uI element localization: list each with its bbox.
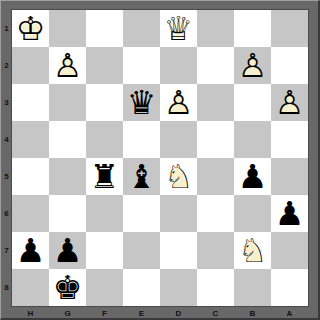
black-piece-glyph: ♟ [12, 232, 49, 269]
black-piece-glyph: ♜ [86, 158, 123, 195]
black-piece-glyph: ♝ [123, 158, 160, 195]
piece-white-pawn[interactable]: ♟♙ [234, 47, 271, 84]
black-piece-glyph: ♟ [271, 195, 308, 232]
square-h6[interactable] [12, 195, 49, 232]
piece-black-bishop[interactable]: ♝ [123, 158, 160, 195]
square-f5[interactable]: ♜ [86, 158, 123, 195]
square-d7[interactable] [160, 232, 197, 269]
square-d6[interactable] [160, 195, 197, 232]
piece-white-knight[interactable]: ♞♘ [160, 158, 197, 195]
file-labels: HGFEDCBA [12, 306, 308, 320]
square-a3[interactable]: ♟♙ [271, 84, 308, 121]
rank-labels: 12345678 [1, 10, 12, 306]
square-e1[interactable] [123, 10, 160, 47]
rank-label-3: 3 [1, 84, 12, 121]
file-label-e: E [123, 306, 160, 320]
square-g5[interactable] [49, 158, 86, 195]
square-g3[interactable] [49, 84, 86, 121]
piece-white-pawn[interactable]: ♟♙ [271, 84, 308, 121]
square-d1[interactable]: ♛♕ [160, 10, 197, 47]
white-piece-outline: ♘ [160, 158, 197, 195]
square-d5[interactable]: ♞♘ [160, 158, 197, 195]
white-piece-outline: ♘ [234, 232, 271, 269]
square-d8[interactable] [160, 269, 197, 306]
square-e2[interactable] [123, 47, 160, 84]
square-h5[interactable] [12, 158, 49, 195]
black-piece-glyph: ♟ [49, 232, 86, 269]
square-d4[interactable] [160, 121, 197, 158]
square-f3[interactable] [86, 84, 123, 121]
rank-label-1: 1 [1, 10, 12, 47]
square-c8[interactable] [197, 269, 234, 306]
square-e5[interactable]: ♝ [123, 158, 160, 195]
square-a7[interactable] [271, 232, 308, 269]
black-piece-glyph: ♛ [123, 84, 160, 121]
square-e3[interactable]: ♛ [123, 84, 160, 121]
square-a4[interactable] [271, 121, 308, 158]
square-f4[interactable] [86, 121, 123, 158]
square-c4[interactable] [197, 121, 234, 158]
rank-label-4: 4 [1, 121, 12, 158]
square-a6[interactable]: ♟ [271, 195, 308, 232]
file-label-c: C [197, 306, 234, 320]
square-d2[interactable] [160, 47, 197, 84]
square-g7[interactable]: ♟ [49, 232, 86, 269]
square-a2[interactable] [271, 47, 308, 84]
square-h2[interactable] [12, 47, 49, 84]
square-b6[interactable] [234, 195, 271, 232]
square-c2[interactable] [197, 47, 234, 84]
file-label-d: D [160, 306, 197, 320]
piece-black-pawn[interactable]: ♟ [12, 232, 49, 269]
square-f6[interactable] [86, 195, 123, 232]
file-label-h: H [12, 306, 49, 320]
rank-label-5: 5 [1, 158, 12, 195]
square-e8[interactable] [123, 269, 160, 306]
piece-black-rook[interactable]: ♜ [86, 158, 123, 195]
square-b2[interactable]: ♟♙ [234, 47, 271, 84]
square-a8[interactable] [271, 269, 308, 306]
square-h3[interactable] [12, 84, 49, 121]
square-b4[interactable] [234, 121, 271, 158]
square-b7[interactable]: ♞♘ [234, 232, 271, 269]
rank-label-7: 7 [1, 232, 12, 269]
square-f8[interactable] [86, 269, 123, 306]
rank-label-6: 6 [1, 195, 12, 232]
white-piece-outline: ♕ [160, 10, 197, 47]
square-f2[interactable] [86, 47, 123, 84]
square-e7[interactable] [123, 232, 160, 269]
square-h8[interactable] [12, 269, 49, 306]
chess-board: ♚♔♛♕♟♙♟♙♛♟♙♟♙♜♝♞♘♟♟♟♟♞♘♚ [12, 10, 308, 306]
black-piece-glyph: ♚ [49, 269, 86, 306]
square-b5[interactable]: ♟ [234, 158, 271, 195]
square-e6[interactable] [123, 195, 160, 232]
square-g1[interactable] [49, 10, 86, 47]
white-piece-outline: ♙ [160, 84, 197, 121]
square-g8[interactable]: ♚ [49, 269, 86, 306]
rank-label-8: 8 [1, 269, 12, 306]
piece-white-knight[interactable]: ♞♘ [234, 232, 271, 269]
square-e4[interactable] [123, 121, 160, 158]
square-h4[interactable] [12, 121, 49, 158]
chess-board-frame: 12345678 ♚♔♛♕♟♙♟♙♛♟♙♟♙♜♝♞♘♟♟♟♟♞♘♚ HGFEDC… [0, 0, 320, 320]
piece-white-king[interactable]: ♚♔ [12, 10, 49, 47]
piece-black-pawn[interactable]: ♟ [49, 232, 86, 269]
square-g2[interactable]: ♟♙ [49, 47, 86, 84]
square-c1[interactable] [197, 10, 234, 47]
white-piece-outline: ♔ [12, 10, 49, 47]
piece-white-queen[interactable]: ♛♕ [160, 10, 197, 47]
square-b1[interactable] [234, 10, 271, 47]
square-a1[interactable] [271, 10, 308, 47]
piece-black-king[interactable]: ♚ [49, 269, 86, 306]
square-c6[interactable] [197, 195, 234, 232]
piece-black-pawn[interactable]: ♟ [271, 195, 308, 232]
black-piece-glyph: ♟ [234, 158, 271, 195]
rank-label-2: 2 [1, 47, 12, 84]
square-h7[interactable]: ♟ [12, 232, 49, 269]
square-b8[interactable] [234, 269, 271, 306]
square-d3[interactable]: ♟♙ [160, 84, 197, 121]
white-piece-outline: ♙ [49, 47, 86, 84]
white-piece-outline: ♙ [234, 47, 271, 84]
file-label-a: A [271, 306, 308, 320]
piece-white-pawn[interactable]: ♟♙ [49, 47, 86, 84]
file-label-f: F [86, 306, 123, 320]
square-b3[interactable] [234, 84, 271, 121]
file-label-b: B [234, 306, 271, 320]
square-a5[interactable] [271, 158, 308, 195]
square-g4[interactable] [49, 121, 86, 158]
white-piece-outline: ♙ [271, 84, 308, 121]
piece-black-queen[interactable]: ♛ [123, 84, 160, 121]
square-h1[interactable]: ♚♔ [12, 10, 49, 47]
file-label-g: G [49, 306, 86, 320]
square-c3[interactable] [197, 84, 234, 121]
square-f1[interactable] [86, 10, 123, 47]
square-g6[interactable] [49, 195, 86, 232]
piece-black-pawn[interactable]: ♟ [234, 158, 271, 195]
square-c5[interactable] [197, 158, 234, 195]
piece-white-pawn[interactable]: ♟♙ [160, 84, 197, 121]
square-c7[interactable] [197, 232, 234, 269]
square-f7[interactable] [86, 232, 123, 269]
